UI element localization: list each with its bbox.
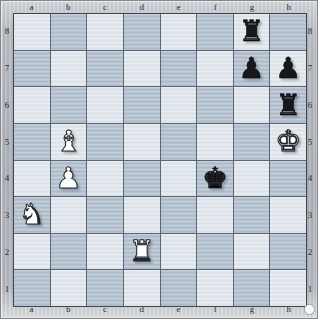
square-c5[interactable]: [87, 124, 123, 160]
square-g8[interactable]: ♜: [234, 14, 270, 50]
square-c4[interactable]: [87, 161, 123, 197]
square-g2[interactable]: [234, 234, 270, 270]
square-f6[interactable]: [197, 87, 233, 123]
square-c1[interactable]: [87, 270, 123, 306]
square-b1[interactable]: [51, 270, 87, 306]
piece-white-rook-d2[interactable]: ♜: [129, 237, 155, 266]
square-b3[interactable]: [51, 197, 87, 233]
square-b8[interactable]: [51, 14, 87, 50]
square-g6[interactable]: [234, 87, 270, 123]
square-f5[interactable]: [197, 124, 233, 160]
square-f4[interactable]: ♚: [197, 161, 233, 197]
square-h2[interactable]: [270, 234, 306, 270]
file-label-d-top: d: [123, 1, 160, 13]
piece-black-pawn-g7[interactable]: ♟: [239, 54, 265, 83]
square-b6[interactable]: [51, 87, 87, 123]
square-d7[interactable]: [124, 51, 160, 87]
square-f8[interactable]: [197, 14, 233, 50]
square-a7[interactable]: [14, 51, 50, 87]
chess-board-frame: abcdefgh abcdefgh 87654321 87654321 ♜♟♟♜…: [0, 0, 318, 319]
piece-black-king-f4[interactable]: ♚: [202, 164, 228, 193]
piece-white-pawn-b4[interactable]: ♟: [55, 164, 81, 193]
piece-white-bishop-b5[interactable]: ♝: [55, 127, 81, 156]
square-h4[interactable]: [270, 161, 306, 197]
square-b5[interactable]: ♝: [51, 124, 87, 160]
rank-label-6-left: 6: [1, 87, 13, 124]
square-d5[interactable]: [124, 124, 160, 160]
piece-black-pawn-h7[interactable]: ♟: [275, 54, 301, 83]
file-label-b-top: b: [50, 1, 87, 13]
square-d2[interactable]: ♜: [124, 234, 160, 270]
file-labels-top: abcdefgh: [13, 1, 307, 13]
square-a5[interactable]: [14, 124, 50, 160]
rank-label-2-left: 2: [1, 234, 13, 271]
square-h6[interactable]: ♜: [270, 87, 306, 123]
rank-label-8-left: 8: [1, 13, 13, 50]
square-f1[interactable]: [197, 270, 233, 306]
square-h5[interactable]: ♚: [270, 124, 306, 160]
white-to-move-indicator: [304, 304, 315, 315]
square-e7[interactable]: [161, 51, 197, 87]
square-e1[interactable]: [161, 270, 197, 306]
piece-white-king-h5[interactable]: ♚: [275, 127, 301, 156]
rank-label-4-left: 4: [1, 160, 13, 197]
file-label-c-top: c: [87, 1, 124, 13]
piece-white-knight-a3[interactable]: ♞: [19, 200, 45, 229]
square-h1[interactable]: [270, 270, 306, 306]
rank-label-7-left: 7: [1, 50, 13, 87]
square-g3[interactable]: [234, 197, 270, 233]
square-e3[interactable]: [161, 197, 197, 233]
rank-label-3-left: 3: [1, 197, 13, 234]
piece-black-rook-h6[interactable]: ♜: [275, 91, 301, 120]
chess-board: ♜♟♟♜♝♚♟♚♞♜: [13, 13, 307, 307]
square-a2[interactable]: [14, 234, 50, 270]
square-c2[interactable]: [87, 234, 123, 270]
square-e8[interactable]: [161, 14, 197, 50]
square-g1[interactable]: [234, 270, 270, 306]
square-h3[interactable]: [270, 197, 306, 233]
square-e6[interactable]: [161, 87, 197, 123]
square-d6[interactable]: [124, 87, 160, 123]
rank-label-1-left: 1: [1, 270, 13, 307]
square-d4[interactable]: [124, 161, 160, 197]
square-f2[interactable]: [197, 234, 233, 270]
square-c7[interactable]: [87, 51, 123, 87]
file-label-a-top: a: [13, 1, 50, 13]
square-c8[interactable]: [87, 14, 123, 50]
square-f3[interactable]: [197, 197, 233, 233]
square-b7[interactable]: [51, 51, 87, 87]
rank-label-5-left: 5: [1, 123, 13, 160]
square-a4[interactable]: [14, 161, 50, 197]
square-a6[interactable]: [14, 87, 50, 123]
square-d3[interactable]: [124, 197, 160, 233]
square-e5[interactable]: [161, 124, 197, 160]
square-g5[interactable]: [234, 124, 270, 160]
square-e2[interactable]: [161, 234, 197, 270]
square-h8[interactable]: [270, 14, 306, 50]
square-c6[interactable]: [87, 87, 123, 123]
square-a3[interactable]: ♞: [14, 197, 50, 233]
square-e4[interactable]: [161, 161, 197, 197]
square-b2[interactable]: [51, 234, 87, 270]
file-label-e-top: e: [160, 1, 197, 13]
rank-labels-left: 87654321: [1, 13, 13, 307]
piece-black-rook-g8[interactable]: ♜: [239, 17, 265, 46]
square-h7[interactable]: ♟: [270, 51, 306, 87]
square-c3[interactable]: [87, 197, 123, 233]
square-d8[interactable]: [124, 14, 160, 50]
file-label-h-top: h: [270, 1, 307, 13]
file-label-g-top: g: [234, 1, 271, 13]
square-d1[interactable]: [124, 270, 160, 306]
square-g7[interactable]: ♟: [234, 51, 270, 87]
square-b4[interactable]: ♟: [51, 161, 87, 197]
square-a1[interactable]: [14, 270, 50, 306]
file-label-f-top: f: [197, 1, 234, 13]
square-g4[interactable]: [234, 161, 270, 197]
square-f7[interactable]: [197, 51, 233, 87]
square-a8[interactable]: [14, 14, 50, 50]
